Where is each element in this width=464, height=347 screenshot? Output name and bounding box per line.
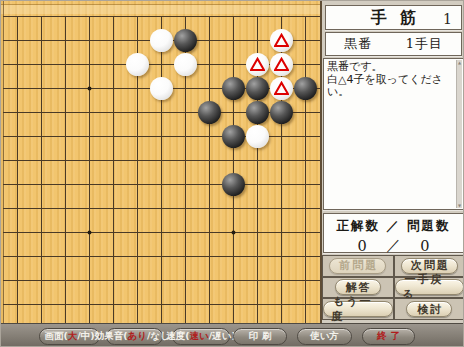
problem-title-box: 手筋 1 <box>325 5 462 30</box>
score-box: 正解数 ／ 問題数 0 ／ 0 <box>323 213 464 253</box>
prev-problem-cell: 前問題 <box>322 255 394 277</box>
problem-button-grid: 前問題 次問題 解答 一手戻る もう一度 検討 <box>322 255 464 320</box>
retry-button[interactable]: もう一度 <box>323 301 393 317</box>
problem-type-label: 手筋 <box>326 8 461 29</box>
problem-count: 0 <box>401 238 449 254</box>
bottom-toolbar: 画面(大/中)効果音(あり/なし)速度(速い/遅い)印刷使い方終了 <box>1 323 464 347</box>
undo-cell: 一手戻る <box>394 277 464 299</box>
help-button[interactable]: 使い方 <box>297 328 352 345</box>
triangle-mark-icon <box>250 57 265 72</box>
scroll-down-icon[interactable]: ▼ <box>458 203 461 208</box>
black-stone <box>198 101 221 124</box>
white-stone <box>174 53 197 76</box>
white-stone-marked <box>246 53 269 76</box>
problem-number: 1 <box>443 11 452 27</box>
retry-cell: もう一度 <box>322 298 394 320</box>
black-stone <box>222 173 245 196</box>
white-stone <box>150 77 173 100</box>
black-stone <box>222 125 245 148</box>
black-stone <box>270 101 293 124</box>
message-scrollbar[interactable]: ▲ ▼ <box>456 60 462 208</box>
black-stone <box>174 29 197 52</box>
prev-problem-button[interactable]: 前問題 <box>329 258 386 274</box>
screen-size-button[interactable]: 画面(大/中) <box>39 328 100 345</box>
score-separator: ／ <box>386 236 401 255</box>
black-stone <box>246 77 269 100</box>
control-panel: 手筋 1 黒番 1手目 黒番です。 白△4子を取ってください。 ▲ ▼ 正解数 … <box>322 1 464 323</box>
go-board[interactable] <box>1 1 320 323</box>
white-stone <box>126 53 149 76</box>
black-stone <box>294 77 317 100</box>
review-button[interactable]: 検討 <box>406 301 452 317</box>
white-stone-marked <box>270 77 293 100</box>
answer-button[interactable]: 解答 <box>335 279 381 295</box>
sound-toggle-button[interactable]: 効果音(あり/なし) <box>106 328 163 345</box>
triangle-mark-icon <box>274 81 289 96</box>
scroll-up-icon[interactable]: ▲ <box>458 60 461 65</box>
message-line: 白△4子を取ってください。 <box>327 74 455 99</box>
white-stone-marked <box>270 29 293 52</box>
score-values: 0 ／ 0 <box>324 236 463 255</box>
score-header: 正解数 ／ 問題数 <box>324 218 463 235</box>
exit-button[interactable]: 終了 <box>362 328 415 345</box>
triangle-mark-icon <box>274 33 289 48</box>
black-stone <box>222 77 245 100</box>
white-stone <box>246 125 269 148</box>
problem-message-box: 黒番です。 白△4子を取ってください。 ▲ ▼ <box>323 58 464 210</box>
message-line: 黒番です。 <box>327 61 455 74</box>
turn-status-box: 黒番 1手目 <box>325 32 462 56</box>
black-stone <box>246 101 269 124</box>
review-cell: 検討 <box>394 298 464 320</box>
app-window: 手筋 1 黒番 1手目 黒番です。 白△4子を取ってください。 ▲ ▼ 正解数 … <box>0 0 464 347</box>
correct-count: 0 <box>338 238 386 254</box>
speed-toggle-button[interactable]: 速度(速い/遅い) <box>172 328 230 345</box>
white-stone-marked <box>270 53 293 76</box>
turn-label: 黒番 <box>344 35 372 53</box>
triangle-mark-icon <box>274 57 289 72</box>
next-problem-button[interactable]: 次問題 <box>401 258 458 274</box>
move-number-label: 1手目 <box>406 35 443 53</box>
white-stone <box>150 29 173 52</box>
undo-move-button[interactable]: 一手戻る <box>395 279 464 295</box>
print-button[interactable]: 印刷 <box>233 328 287 345</box>
